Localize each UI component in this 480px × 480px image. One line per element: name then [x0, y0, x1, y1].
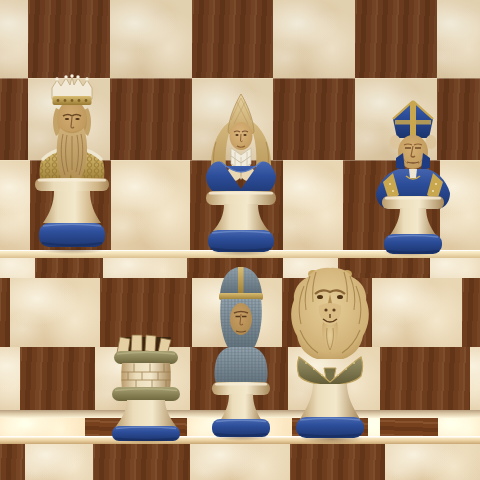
light-square	[437, 0, 480, 78]
bishop-pedestal	[382, 196, 444, 254]
light-square	[0, 347, 20, 410]
dark-square	[355, 0, 437, 78]
light-square	[110, 0, 192, 78]
dark-square	[20, 347, 95, 410]
light-square	[10, 278, 100, 347]
light-square	[103, 258, 187, 278]
light-square	[283, 160, 343, 250]
dark-square	[0, 444, 25, 480]
light-square	[273, 0, 355, 78]
piece-white-pawn[interactable]	[206, 264, 276, 440]
rook-brick-body	[121, 363, 171, 390]
rook-pedestal	[114, 400, 178, 429]
dark-square	[290, 444, 385, 480]
piece-white-knight-lion[interactable]	[286, 264, 374, 442]
dark-square	[380, 418, 438, 436]
light-square	[190, 444, 290, 480]
light-square	[111, 160, 190, 250]
board-row-band	[0, 0, 480, 78]
dark-square	[93, 444, 190, 480]
king-crown	[52, 74, 92, 105]
dark-square	[28, 0, 110, 78]
king-pedestal	[35, 178, 109, 247]
light-square	[372, 278, 462, 347]
light-square	[0, 160, 30, 250]
light-square	[385, 444, 480, 480]
board-row-band	[0, 444, 480, 480]
lion-pedestal	[296, 384, 364, 438]
light-square	[470, 347, 480, 410]
light-square	[438, 418, 480, 436]
queen-pedestal	[206, 191, 276, 252]
dark-square	[380, 347, 470, 410]
bishop-mitre	[393, 101, 433, 138]
dark-square	[192, 0, 273, 78]
piece-white-bishop[interactable]	[370, 96, 456, 256]
pawn-helmet-cross	[238, 267, 244, 296]
light-square	[0, 258, 35, 278]
dark-square	[0, 278, 10, 347]
light-square	[0, 418, 85, 436]
dark-square	[110, 78, 192, 160]
chess-display-photo	[0, 0, 480, 480]
dark-square	[0, 78, 28, 160]
piece-white-rook[interactable]	[106, 330, 186, 442]
pawn-pedestal	[212, 382, 270, 437]
dark-square	[35, 258, 103, 278]
piece-white-queen[interactable]	[196, 90, 288, 255]
dark-square	[462, 278, 480, 347]
light-square	[430, 258, 480, 278]
light-square	[25, 444, 93, 480]
piece-white-king[interactable]	[30, 72, 114, 252]
light-square	[0, 0, 28, 78]
